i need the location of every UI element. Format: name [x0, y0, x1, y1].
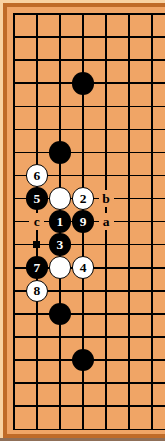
move-number: 6 [33, 169, 40, 183]
point-label-b[interactable]: b [99, 190, 114, 207]
board-frame-edge-top [3, 3, 165, 7]
black-stone-move-7[interactable]: 7 [26, 256, 49, 279]
board-frame-edge-left [3, 3, 7, 434]
square-marker [33, 241, 40, 248]
move-number: 5 [33, 192, 40, 206]
white-stone-move-4[interactable]: 4 [72, 256, 95, 279]
board-frame-shadow-bottom [0, 438, 165, 441]
move-number: 8 [33, 284, 40, 298]
point-label-c[interactable]: c [29, 213, 44, 230]
grid-line-horizontal [13, 429, 165, 431]
black-stone[interactable] [49, 141, 72, 164]
move-number: 7 [33, 261, 40, 275]
white-stone-move-2[interactable]: 2 [72, 187, 95, 210]
point-label-a[interactable]: a [99, 213, 114, 230]
move-number: 9 [80, 215, 87, 229]
black-stone-move-9[interactable]: 9 [72, 210, 95, 233]
grid-line-horizontal [13, 336, 165, 338]
grid-line-horizontal [13, 152, 165, 154]
white-stone[interactable] [49, 256, 72, 279]
black-stone-move-5[interactable]: 5 [26, 187, 49, 210]
move-number: 3 [57, 238, 64, 252]
grid-line-horizontal [13, 405, 165, 407]
grid-line-horizontal [13, 59, 165, 61]
grid-line-horizontal [13, 313, 165, 315]
black-stone[interactable] [49, 303, 72, 326]
grid-line-horizontal [13, 382, 165, 384]
black-stone-move-1[interactable]: 1 [49, 210, 72, 233]
white-stone-move-8[interactable]: 8 [26, 280, 49, 303]
white-stone-move-6[interactable]: 6 [26, 164, 49, 187]
grid-line-horizontal [13, 106, 165, 108]
white-stone[interactable] [49, 187, 72, 210]
move-number: 1 [57, 215, 64, 229]
go-board[interactable]: 652193748bca [0, 0, 165, 441]
black-stone[interactable] [72, 72, 95, 95]
grid-line-horizontal [13, 13, 165, 15]
move-number: 2 [80, 192, 87, 206]
grid-line-horizontal [13, 129, 165, 131]
move-number: 4 [80, 261, 87, 275]
black-stone[interactable] [72, 349, 95, 372]
black-stone-move-3[interactable]: 3 [49, 233, 72, 256]
grid-line-horizontal [13, 36, 165, 38]
